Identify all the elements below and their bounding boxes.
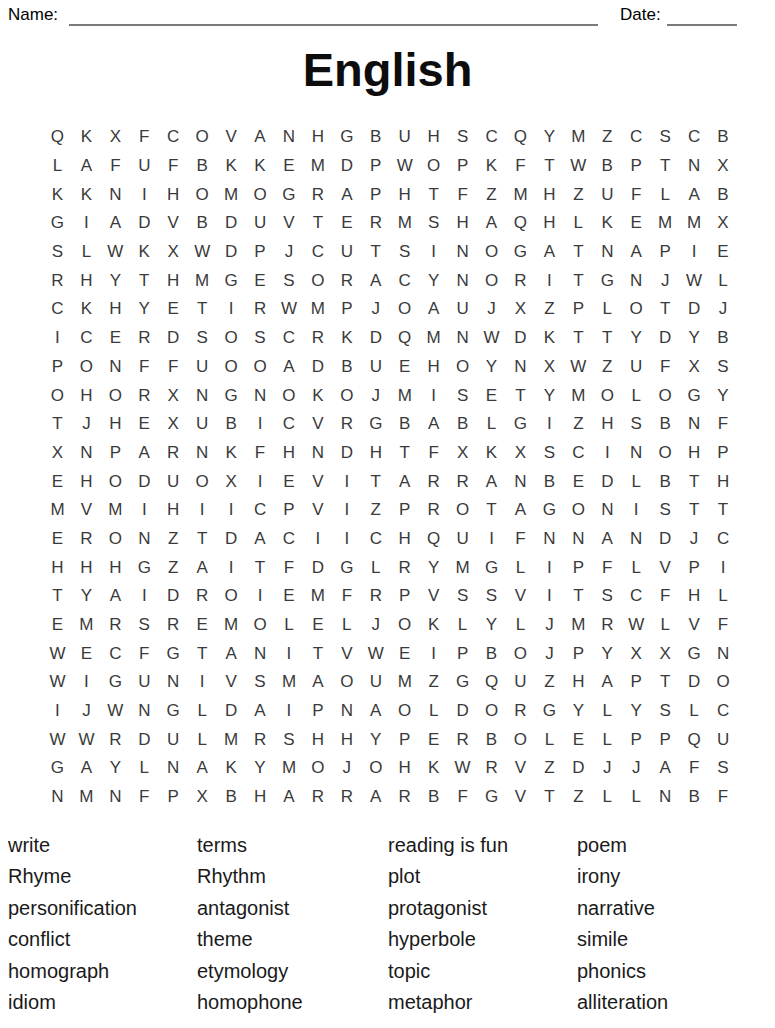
grid-cell-r19c15: P <box>448 639 477 668</box>
grid-cell-r6c17: R <box>506 266 535 295</box>
grid-cell-r14c22: S <box>651 496 680 525</box>
grid-cell-r14c21: I <box>622 496 651 525</box>
grid-cell-r12c15: X <box>448 439 477 468</box>
grid-cell-r16c18: I <box>535 553 564 582</box>
grid-cell-r24c23: B <box>680 783 709 812</box>
grid-cell-r16c19: P <box>564 553 593 582</box>
grid-cell-r2c21: P <box>622 152 651 181</box>
grid-cell-r15c13: H <box>390 525 419 554</box>
grid-cell-r10c7: G <box>217 381 246 410</box>
grid-cell-r20c6: I <box>188 668 217 697</box>
grid-cell-r17c15: S <box>448 582 477 611</box>
grid-cell-r19c16: B <box>477 639 506 668</box>
grid-cell-r1c14: H <box>419 123 448 152</box>
grid-cell-r18c5: R <box>159 611 188 640</box>
grid-cell-r10c18: Y <box>535 381 564 410</box>
grid-cell-r5c3: W <box>101 238 130 267</box>
grid-cell-r16c20: F <box>593 553 622 582</box>
grid-cell-r16c3: H <box>101 553 130 582</box>
grid-cell-r15c5: Z <box>159 525 188 554</box>
grid-cell-r2c7: K <box>217 152 246 181</box>
grid-cell-r23c17: V <box>506 754 535 783</box>
grid-cell-r20c1: W <box>43 668 72 697</box>
grid-cell-r15c19: N <box>564 525 593 554</box>
grid-cell-r3c17: M <box>506 180 535 209</box>
grid-cell-r1c1: Q <box>43 123 72 152</box>
grid-cell-r12c7: K <box>217 439 246 468</box>
grid-cell-r14c24: T <box>709 496 738 525</box>
grid-cell-r20c13: M <box>390 668 419 697</box>
grid-cell-r12c14: F <box>419 439 448 468</box>
grid-cell-r9c21: U <box>622 353 651 382</box>
grid-cell-r8c10: R <box>303 324 332 353</box>
grid-cell-r6c9: S <box>275 266 304 295</box>
word-list-item: phonics <box>577 956 668 987</box>
grid-cell-r6c20: G <box>593 266 622 295</box>
grid-cell-r4c3: A <box>101 209 130 238</box>
grid-cell-r9c3: N <box>101 353 130 382</box>
grid-cell-r13c21: L <box>622 467 651 496</box>
grid-cell-r21c15: D <box>448 697 477 726</box>
grid-cell-r9c4: F <box>130 353 159 382</box>
grid-cell-r7c24: J <box>709 295 738 324</box>
grid-cell-r18c11: L <box>332 611 361 640</box>
grid-cell-r11c23: N <box>680 410 709 439</box>
grid-cell-r12c8: F <box>246 439 275 468</box>
grid-cell-r8c1: I <box>43 324 72 353</box>
grid-cell-r22c24: U <box>709 725 738 754</box>
grid-cell-r5c16: O <box>477 238 506 267</box>
grid-cell-r23c5: N <box>159 754 188 783</box>
grid-cell-r21c19: Y <box>564 697 593 726</box>
grid-cell-r18c9: L <box>275 611 304 640</box>
grid-cell-r5c7: D <box>217 238 246 267</box>
grid-cell-r17c6: R <box>188 582 217 611</box>
grid-cell-r8c6: S <box>188 324 217 353</box>
date-input-line[interactable] <box>667 7 737 26</box>
grid-cell-r8c2: C <box>72 324 101 353</box>
grid-cell-r2c6: B <box>188 152 217 181</box>
grid-cell-r17c7: O <box>217 582 246 611</box>
grid-cell-r2c23: N <box>680 152 709 181</box>
grid-cell-r24c21: L <box>622 783 651 812</box>
word-list-column-3: reading is funplotprotagonisthyperboleto… <box>388 830 508 1018</box>
grid-cell-r3c12: P <box>361 180 390 209</box>
grid-cell-r10c5: X <box>159 381 188 410</box>
grid-cell-r4c13: M <box>390 209 419 238</box>
grid-cell-r21c2: J <box>72 697 101 726</box>
word-list-item: narrative <box>577 893 668 924</box>
word-list-item: simile <box>577 924 668 955</box>
grid-cell-r6c2: H <box>72 266 101 295</box>
grid-cell-r24c22: N <box>651 783 680 812</box>
grid-cell-r22c3: R <box>101 725 130 754</box>
grid-cell-r13c19: E <box>564 467 593 496</box>
grid-cell-r3c8: O <box>246 180 275 209</box>
grid-cell-r14c5: H <box>159 496 188 525</box>
grid-cell-r4c15: H <box>448 209 477 238</box>
grid-cell-r14c14: R <box>419 496 448 525</box>
grid-cell-r18c13: O <box>390 611 419 640</box>
grid-cell-r20c12: U <box>361 668 390 697</box>
grid-cell-r21c17: R <box>506 697 535 726</box>
grid-cell-r1c21: C <box>622 123 651 152</box>
grid-cell-r23c24: S <box>709 754 738 783</box>
grid-cell-r11c4: E <box>130 410 159 439</box>
grid-cell-r3c6: O <box>188 180 217 209</box>
date-label: Date: <box>620 5 661 25</box>
grid-cell-r24c12: A <box>361 783 390 812</box>
grid-cell-r5c19: T <box>564 238 593 267</box>
grid-cell-r6c8: E <box>246 266 275 295</box>
grid-cell-r7c9: W <box>275 295 304 324</box>
grid-cell-r4c18: H <box>535 209 564 238</box>
grid-cell-r1c24: B <box>709 123 738 152</box>
grid-cell-r20c8: S <box>246 668 275 697</box>
grid-cell-r19c11: V <box>332 639 361 668</box>
word-list-item: idiom <box>8 987 137 1018</box>
grid-cell-r20c16: Q <box>477 668 506 697</box>
grid-cell-r21c21: Y <box>622 697 651 726</box>
grid-cell-r24c20: L <box>593 783 622 812</box>
grid-cell-r8c14: M <box>419 324 448 353</box>
grid-cell-r16c23: P <box>680 553 709 582</box>
grid-cell-r21c4: N <box>130 697 159 726</box>
grid-cell-r7c18: Z <box>535 295 564 324</box>
grid-cell-r15c1: E <box>43 525 72 554</box>
grid-cell-r14c18: G <box>535 496 564 525</box>
grid-cell-r16c13: R <box>390 553 419 582</box>
grid-cell-r1c7: V <box>217 123 246 152</box>
grid-cell-r24c18: T <box>535 783 564 812</box>
grid-cell-r18c17: L <box>506 611 535 640</box>
grid-cell-r22c13: P <box>390 725 419 754</box>
grid-cell-r17c14: V <box>419 582 448 611</box>
grid-cell-r20c17: U <box>506 668 535 697</box>
grid-cell-r8c17: D <box>506 324 535 353</box>
grid-cell-r10c14: I <box>419 381 448 410</box>
grid-cell-r11c18: I <box>535 410 564 439</box>
grid-cell-r20c18: Z <box>535 668 564 697</box>
grid-cell-r16c10: D <box>303 553 332 582</box>
grid-cell-r21c1: I <box>43 697 72 726</box>
grid-cell-r8c9: C <box>275 324 304 353</box>
grid-cell-r5c12: T <box>361 238 390 267</box>
grid-cell-r1c17: Q <box>506 123 535 152</box>
grid-cell-r2c13: W <box>390 152 419 181</box>
grid-cell-r12c10: N <box>303 439 332 468</box>
grid-cell-r2c3: F <box>101 152 130 181</box>
grid-cell-r6c1: R <box>43 266 72 295</box>
grid-cell-r14c6: I <box>188 496 217 525</box>
grid-cell-r12c11: D <box>332 439 361 468</box>
grid-cell-r22c10: H <box>303 725 332 754</box>
grid-cell-r20c20: A <box>593 668 622 697</box>
grid-cell-r23c10: O <box>303 754 332 783</box>
grid-cell-r5c15: N <box>448 238 477 267</box>
grid-cell-r20c22: T <box>651 668 680 697</box>
grid-cell-r9c15: O <box>448 353 477 382</box>
grid-cell-r17c20: S <box>593 582 622 611</box>
grid-cell-r12c23: H <box>680 439 709 468</box>
grid-cell-r15c6: T <box>188 525 217 554</box>
grid-cell-r12c20: I <box>593 439 622 468</box>
grid-cell-r13c17: N <box>506 467 535 496</box>
grid-cell-r16c15: M <box>448 553 477 582</box>
grid-cell-r3c24: B <box>709 180 738 209</box>
grid-cell-r2c14: O <box>419 152 448 181</box>
grid-cell-r6c21: N <box>622 266 651 295</box>
grid-cell-r1c10: H <box>303 123 332 152</box>
grid-cell-r5c9: J <box>275 238 304 267</box>
grid-cell-r20c15: G <box>448 668 477 697</box>
grid-cell-r23c16: R <box>477 754 506 783</box>
grid-cell-r10c4: R <box>130 381 159 410</box>
grid-cell-r3c22: L <box>651 180 680 209</box>
grid-cell-r11c7: B <box>217 410 246 439</box>
grid-cell-r23c7: K <box>217 754 246 783</box>
grid-cell-r20c19: H <box>564 668 593 697</box>
grid-cell-r18c15: L <box>448 611 477 640</box>
grid-cell-r19c10: T <box>303 639 332 668</box>
grid-cell-r14c11: I <box>332 496 361 525</box>
grid-cell-r13c3: O <box>101 467 130 496</box>
grid-cell-r8c23: Y <box>680 324 709 353</box>
grid-cell-r12c18: S <box>535 439 564 468</box>
grid-cell-r23c18: Z <box>535 754 564 783</box>
grid-cell-r10c13: M <box>390 381 419 410</box>
grid-cell-r11c19: Z <box>564 410 593 439</box>
grid-cell-r16c9: F <box>275 553 304 582</box>
grid-cell-r11c15: B <box>448 410 477 439</box>
grid-cell-r11c16: L <box>477 410 506 439</box>
grid-cell-r23c19: D <box>564 754 593 783</box>
grid-cell-r17c24: L <box>709 582 738 611</box>
word-list-item: antagonist <box>197 893 303 924</box>
grid-cell-r2c2: A <box>72 152 101 181</box>
grid-cell-r18c19: M <box>564 611 593 640</box>
grid-cell-r8c24: B <box>709 324 738 353</box>
word-list-item: homophone <box>197 987 303 1018</box>
grid-cell-r1c2: K <box>72 123 101 152</box>
grid-cell-r23c23: F <box>680 754 709 783</box>
grid-cell-r11c9: C <box>275 410 304 439</box>
grid-cell-r20c5: N <box>159 668 188 697</box>
grid-cell-r19c22: X <box>651 639 680 668</box>
grid-cell-r21c13: O <box>390 697 419 726</box>
grid-cell-r3c1: K <box>43 180 72 209</box>
grid-cell-r2c17: F <box>506 152 535 181</box>
grid-cell-r15c22: D <box>651 525 680 554</box>
grid-cell-r22c12: Y <box>361 725 390 754</box>
grid-cell-r11c14: A <box>419 410 448 439</box>
grid-cell-r21c8: A <box>246 697 275 726</box>
grid-cell-r5c2: L <box>72 238 101 267</box>
grid-cell-r15c9: C <box>275 525 304 554</box>
grid-cell-r4c20: K <box>593 209 622 238</box>
grid-cell-r4c17: Q <box>506 209 535 238</box>
grid-cell-r11c21: S <box>622 410 651 439</box>
grid-cell-r11c3: H <box>101 410 130 439</box>
grid-cell-r16c11: G <box>332 553 361 582</box>
grid-cell-r17c10: M <box>303 582 332 611</box>
word-list-item: homograph <box>8 956 137 987</box>
grid-cell-r10c3: O <box>101 381 130 410</box>
grid-cell-r6c18: I <box>535 266 564 295</box>
grid-cell-r13c12: T <box>361 467 390 496</box>
grid-cell-r4c19: L <box>564 209 593 238</box>
grid-cell-r11c24: F <box>709 410 738 439</box>
grid-cell-r3c5: H <box>159 180 188 209</box>
grid-cell-r15c7: D <box>217 525 246 554</box>
grid-cell-r22c20: L <box>593 725 622 754</box>
grid-cell-r24c24: F <box>709 783 738 812</box>
grid-cell-r13c7: X <box>217 467 246 496</box>
grid-cell-r9c9: A <box>275 353 304 382</box>
grid-cell-r7c22: T <box>651 295 680 324</box>
grid-cell-r15c23: J <box>680 525 709 554</box>
grid-cell-r4c9: V <box>275 209 304 238</box>
grid-cell-r24c14: B <box>419 783 448 812</box>
grid-cell-r7c16: J <box>477 295 506 324</box>
grid-cell-r4c22: M <box>651 209 680 238</box>
grid-cell-r4c10: T <box>303 209 332 238</box>
grid-cell-r21c12: A <box>361 697 390 726</box>
grid-cell-r24c7: B <box>217 783 246 812</box>
grid-cell-r12c1: X <box>43 439 72 468</box>
grid-cell-r6c23: W <box>680 266 709 295</box>
grid-cell-r4c1: G <box>43 209 72 238</box>
grid-cell-r23c13: H <box>390 754 419 783</box>
grid-cell-r2c1: L <box>43 152 72 181</box>
grid-cell-r12c9: H <box>275 439 304 468</box>
grid-cell-r18c10: E <box>303 611 332 640</box>
grid-cell-r19c3: C <box>101 639 130 668</box>
grid-cell-r1c23: C <box>680 123 709 152</box>
grid-cell-r16c1: H <box>43 553 72 582</box>
grid-cell-r4c8: U <box>246 209 275 238</box>
grid-cell-r17c11: F <box>332 582 361 611</box>
grid-cell-r18c18: J <box>535 611 564 640</box>
grid-cell-r7c12: J <box>361 295 390 324</box>
grid-cell-r5c20: N <box>593 238 622 267</box>
grid-cell-r8c12: D <box>361 324 390 353</box>
grid-cell-r5c6: W <box>188 238 217 267</box>
grid-cell-r3c14: T <box>419 180 448 209</box>
grid-cell-r13c14: R <box>419 467 448 496</box>
grid-cell-r8c11: K <box>332 324 361 353</box>
grid-cell-r6c5: H <box>159 266 188 295</box>
grid-cell-r24c17: V <box>506 783 535 812</box>
grid-cell-r10c16: E <box>477 381 506 410</box>
grid-cell-r3c10: R <box>303 180 332 209</box>
grid-cell-r23c4: L <box>130 754 159 783</box>
grid-cell-r7c20: L <box>593 295 622 324</box>
grid-cell-r13c6: O <box>188 467 217 496</box>
grid-cell-r21c14: L <box>419 697 448 726</box>
grid-cell-r10c24: Y <box>709 381 738 410</box>
grid-cell-r22c4: D <box>130 725 159 754</box>
grid-cell-r1c20: Z <box>593 123 622 152</box>
grid-cell-r4c16: A <box>477 209 506 238</box>
grid-cell-r1c9: N <box>275 123 304 152</box>
grid-cell-r8c7: O <box>217 324 246 353</box>
word-list-column-4: poemironynarrativesimilephonicsalliterat… <box>577 830 668 1018</box>
word-list-item: write <box>8 830 137 861</box>
grid-cell-r6c6: M <box>188 266 217 295</box>
grid-cell-r9c2: O <box>72 353 101 382</box>
grid-cell-r8c4: R <box>130 324 159 353</box>
grid-cell-r13c5: U <box>159 467 188 496</box>
grid-cell-r1c6: O <box>188 123 217 152</box>
grid-cell-r17c19: T <box>564 582 593 611</box>
grid-cell-r24c8: H <box>246 783 275 812</box>
word-list-item: plot <box>388 861 508 892</box>
grid-cell-r4c14: S <box>419 209 448 238</box>
grid-cell-r10c8: N <box>246 381 275 410</box>
grid-cell-r16c17: L <box>506 553 535 582</box>
grid-cell-r1c15: S <box>448 123 477 152</box>
grid-cell-r8c3: E <box>101 324 130 353</box>
grid-cell-r11c12: G <box>361 410 390 439</box>
grid-cell-r7c14: A <box>419 295 448 324</box>
grid-cell-r6c15: N <box>448 266 477 295</box>
word-list-item: personification <box>8 893 137 924</box>
grid-cell-r20c4: U <box>130 668 159 697</box>
grid-cell-r13c4: D <box>130 467 159 496</box>
grid-cell-r14c9: P <box>275 496 304 525</box>
grid-cell-r22c14: E <box>419 725 448 754</box>
grid-cell-r2c24: X <box>709 152 738 181</box>
grid-cell-r10c17: T <box>506 381 535 410</box>
grid-cell-r4c12: R <box>361 209 390 238</box>
grid-cell-r16c12: L <box>361 553 390 582</box>
grid-cell-r4c11: E <box>332 209 361 238</box>
grid-cell-r23c6: A <box>188 754 217 783</box>
grid-cell-r12c2: N <box>72 439 101 468</box>
grid-cell-r1c13: U <box>390 123 419 152</box>
grid-cell-r11c8: I <box>246 410 275 439</box>
grid-cell-r23c20: J <box>593 754 622 783</box>
grid-cell-r13c24: H <box>709 467 738 496</box>
word-list-item: irony <box>577 861 668 892</box>
grid-cell-r18c16: Y <box>477 611 506 640</box>
grid-cell-r7c8: R <box>246 295 275 324</box>
grid-cell-r10c9: O <box>275 381 304 410</box>
name-input-line[interactable] <box>69 7 598 26</box>
word-list-item: alliteration <box>577 987 668 1018</box>
grid-cell-r7c5: E <box>159 295 188 324</box>
grid-cell-r10c22: O <box>651 381 680 410</box>
grid-cell-r21c10: P <box>303 697 332 726</box>
grid-cell-r14c16: T <box>477 496 506 525</box>
word-list-item: etymology <box>197 956 303 987</box>
grid-cell-r17c5: D <box>159 582 188 611</box>
grid-cell-r20c3: G <box>101 668 130 697</box>
grid-cell-r12c12: H <box>361 439 390 468</box>
grid-cell-r5c21: A <box>622 238 651 267</box>
grid-cell-r11c1: T <box>43 410 72 439</box>
grid-cell-r21c20: L <box>593 697 622 726</box>
grid-cell-r21c16: O <box>477 697 506 726</box>
grid-cell-r17c23: H <box>680 582 709 611</box>
grid-cell-r9c14: H <box>419 353 448 382</box>
grid-cell-r20c21: P <box>622 668 651 697</box>
grid-cell-r10c1: O <box>43 381 72 410</box>
grid-cell-r21c6: L <box>188 697 217 726</box>
grid-cell-r17c4: I <box>130 582 159 611</box>
grid-cell-r16c14: Y <box>419 553 448 582</box>
